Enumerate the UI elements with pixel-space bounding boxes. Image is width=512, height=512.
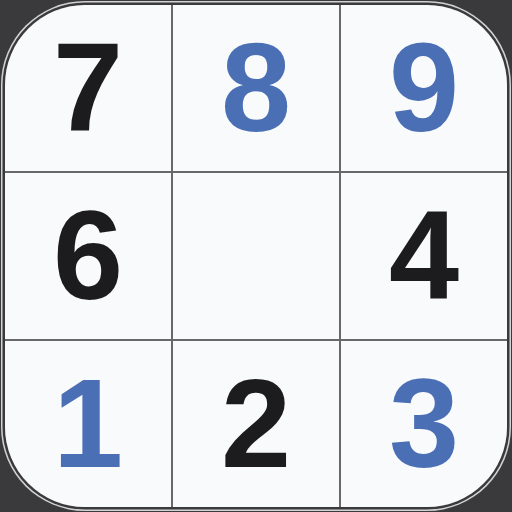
sudoku-cell-r3c3[interactable]: 3: [341, 341, 507, 507]
sudoku-cell-r2c1[interactable]: 6: [5, 173, 171, 339]
cell-digit: 9: [389, 25, 459, 151]
sudoku-cell-r2c2[interactable]: [173, 173, 339, 339]
sudoku-cell-r1c2[interactable]: 8: [173, 5, 339, 171]
sudoku-board: 7 8 9 6 4 1 2 3: [5, 5, 507, 507]
sudoku-cell-r3c2[interactable]: 2: [173, 341, 339, 507]
cell-digit: 2: [221, 361, 291, 487]
sudoku-cell-r1c1[interactable]: 7: [5, 5, 171, 171]
app-icon-background: 7 8 9 6 4 1 2 3: [0, 0, 512, 512]
sudoku-cell-r3c1[interactable]: 1: [5, 341, 171, 507]
cell-digit: 4: [389, 193, 459, 319]
cell-digit: 3: [389, 361, 459, 487]
cell-digit: 7: [53, 25, 123, 151]
sudoku-cell-r2c3[interactable]: 4: [341, 173, 507, 339]
cell-digit: 8: [221, 25, 291, 151]
cell-digit: 1: [53, 361, 123, 487]
cell-digit: 6: [53, 193, 123, 319]
sudoku-cell-r1c3[interactable]: 9: [341, 5, 507, 171]
